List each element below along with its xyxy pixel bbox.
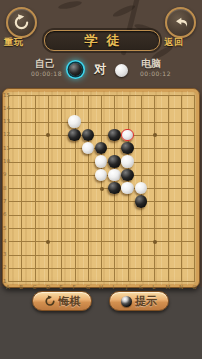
hint-button[interactable]: 提示 (109, 291, 169, 311)
replay-button[interactable] (6, 7, 37, 38)
computer-timer: 00:00:12 (140, 70, 171, 77)
row-label: 3 (3, 252, 7, 258)
star-point (153, 240, 157, 244)
star-point (46, 133, 50, 137)
col-label: B (19, 285, 23, 291)
hint-button-label: 提示 (135, 294, 157, 309)
col-label: A (6, 285, 10, 291)
white-stone (108, 169, 121, 182)
col-label: J (126, 285, 128, 291)
black-stone (82, 129, 95, 142)
level-title-plaque: 学徒 (44, 30, 160, 51)
undo-button-label: 悔棋 (59, 294, 81, 309)
white-stone (121, 155, 134, 168)
back-button[interactable] (165, 7, 196, 38)
black-stone (68, 129, 81, 142)
white-stone (68, 115, 81, 128)
row-label: 11 (3, 146, 10, 152)
black-stone (108, 129, 121, 142)
row-label: 4 (3, 239, 7, 245)
bamboo-leaf-decor (58, 0, 83, 10)
row-label: 9 (3, 172, 7, 178)
col-label: M (166, 285, 171, 291)
grid-line (181, 95, 182, 282)
vs-label: 对 (94, 61, 106, 78)
row-label: 15 (3, 93, 10, 99)
row-label: 13 (3, 119, 10, 125)
self-player-label: 自己 (35, 57, 55, 71)
col-label: N (179, 285, 183, 291)
white-stone (121, 182, 134, 195)
row-label: 7 (3, 199, 7, 205)
row-label: 8 (3, 186, 7, 192)
col-label: E (59, 285, 62, 291)
bottom-background (0, 287, 202, 359)
row-label: 2 (3, 265, 7, 271)
replay-icon (13, 14, 30, 31)
level-title: 学徒 (76, 32, 129, 50)
col-label: H (99, 285, 103, 291)
row-label: 12 (3, 132, 10, 138)
black-stone (108, 155, 121, 168)
computer-white-stone-indicator (115, 64, 128, 77)
white-stone (82, 142, 95, 155)
black-stone (121, 142, 134, 155)
self-timer: 00:00:18 (31, 70, 62, 77)
white-stone (95, 169, 108, 182)
col-label: C (33, 285, 37, 291)
computer-player-label: 电脑 (141, 57, 161, 71)
row-label: 6 (3, 212, 7, 218)
grid-line (8, 268, 195, 269)
black-stone (108, 182, 121, 195)
undo-icon (44, 292, 56, 311)
grid-line (8, 255, 195, 256)
white-stone (121, 129, 134, 142)
star-point (46, 240, 50, 244)
col-label: I (112, 285, 114, 291)
black-stone (95, 142, 108, 155)
col-label: K (139, 285, 143, 291)
col-label: D (46, 285, 50, 291)
star-point (100, 187, 104, 191)
back-arrow-icon (173, 15, 189, 31)
white-stone (95, 155, 108, 168)
row-label: 14 (3, 106, 10, 112)
gomoku-board: 151413121110987654321ABCDEFGHIJKLMNO (2, 88, 200, 288)
self-black-stone-indicator (69, 63, 82, 76)
black-stone (121, 169, 134, 182)
hint-stone-icon (121, 296, 132, 307)
col-label: O (192, 285, 196, 291)
star-point (153, 133, 157, 137)
back-button-label[interactable]: 返回 (164, 36, 184, 49)
col-label: G (86, 285, 90, 291)
row-label: 5 (3, 226, 7, 232)
white-stone (135, 182, 148, 195)
row-label: 10 (3, 159, 10, 165)
grid-line (8, 281, 195, 282)
col-label: L (152, 285, 155, 291)
board-grid[interactable]: 151413121110987654321ABCDEFGHIJKLMNO (8, 95, 196, 283)
replay-button-label[interactable]: 重玩 (4, 36, 24, 49)
black-stone (135, 195, 148, 208)
undo-button[interactable]: 悔棋 (32, 291, 92, 311)
col-label: F (73, 285, 76, 291)
grid-line (194, 95, 195, 282)
